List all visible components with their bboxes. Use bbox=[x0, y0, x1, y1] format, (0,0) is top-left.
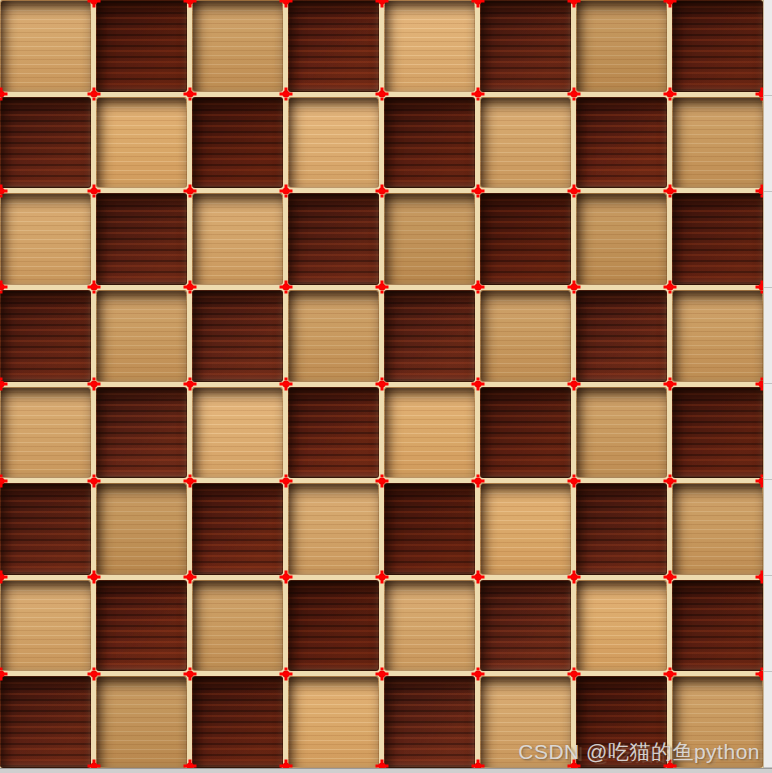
board-square-r6c1[interactable] bbox=[0, 483, 91, 575]
board-square-r4c1[interactable] bbox=[0, 290, 91, 382]
board-square-r6c2[interactable] bbox=[96, 483, 187, 575]
board-square-r7c5[interactable] bbox=[384, 580, 475, 672]
board-square-r8c4[interactable] bbox=[288, 676, 379, 768]
board-square-r1c4[interactable] bbox=[288, 0, 379, 92]
board-square-r2c8[interactable] bbox=[672, 97, 763, 189]
screenshot-root: CSDN @吃猫的鱼python bbox=[0, 0, 772, 773]
checkerboard bbox=[0, 0, 763, 768]
csdn-watermark: CSDN @吃猫的鱼python bbox=[518, 738, 760, 766]
board-square-r4c4[interactable] bbox=[288, 290, 379, 382]
window-edge-bottom bbox=[0, 768, 772, 773]
board-square-r2c6[interactable] bbox=[480, 97, 571, 189]
board-square-r6c8[interactable] bbox=[672, 483, 763, 575]
board-square-r6c5[interactable] bbox=[384, 483, 475, 575]
board-square-r5c3[interactable] bbox=[192, 387, 283, 479]
board-square-r2c4[interactable] bbox=[288, 97, 379, 189]
board-square-r1c6[interactable] bbox=[480, 0, 571, 92]
board-square-r6c3[interactable] bbox=[192, 483, 283, 575]
board-square-r7c2[interactable] bbox=[96, 580, 187, 672]
board-square-r7c6[interactable] bbox=[480, 580, 571, 672]
board-square-r3c1[interactable] bbox=[0, 193, 91, 285]
board-square-r3c8[interactable] bbox=[672, 193, 763, 285]
board-square-r4c8[interactable] bbox=[672, 290, 763, 382]
board-square-r1c5[interactable] bbox=[384, 0, 475, 92]
board-square-r7c7[interactable] bbox=[576, 580, 667, 672]
board-square-r5c5[interactable] bbox=[384, 387, 475, 479]
board-square-r7c3[interactable] bbox=[192, 580, 283, 672]
board-square-r6c4[interactable] bbox=[288, 483, 379, 575]
board-square-r2c2[interactable] bbox=[96, 97, 187, 189]
board-square-r4c3[interactable] bbox=[192, 290, 283, 382]
board-square-r8c3[interactable] bbox=[192, 676, 283, 768]
board-square-r2c3[interactable] bbox=[192, 97, 283, 189]
board-square-r4c2[interactable] bbox=[96, 290, 187, 382]
board-square-r3c4[interactable] bbox=[288, 193, 379, 285]
board-square-r6c6[interactable] bbox=[480, 483, 571, 575]
board-square-r4c6[interactable] bbox=[480, 290, 571, 382]
board-square-r5c7[interactable] bbox=[576, 387, 667, 479]
board-square-r5c8[interactable] bbox=[672, 387, 763, 479]
board-square-r1c7[interactable] bbox=[576, 0, 667, 92]
board-square-r5c4[interactable] bbox=[288, 387, 379, 479]
board-square-r3c7[interactable] bbox=[576, 193, 667, 285]
board-square-r7c4[interactable] bbox=[288, 580, 379, 672]
board-square-r3c5[interactable] bbox=[384, 193, 475, 285]
window-edge-right bbox=[763, 0, 772, 768]
board-square-r5c1[interactable] bbox=[0, 387, 91, 479]
board-square-r3c6[interactable] bbox=[480, 193, 571, 285]
board-square-r1c3[interactable] bbox=[192, 0, 283, 92]
board-square-r8c2[interactable] bbox=[96, 676, 187, 768]
board-square-r1c8[interactable] bbox=[672, 0, 763, 92]
board-square-r3c2[interactable] bbox=[96, 193, 187, 285]
board-square-r2c5[interactable] bbox=[384, 97, 475, 189]
board-square-r5c6[interactable] bbox=[480, 387, 571, 479]
board-square-r2c7[interactable] bbox=[576, 97, 667, 189]
board-square-r8c1[interactable] bbox=[0, 676, 91, 768]
board-square-r4c7[interactable] bbox=[576, 290, 667, 382]
board-square-r1c1[interactable] bbox=[0, 0, 91, 92]
board-square-r2c1[interactable] bbox=[0, 97, 91, 189]
board-square-r1c2[interactable] bbox=[96, 0, 187, 92]
board-square-r7c1[interactable] bbox=[0, 580, 91, 672]
board-square-r6c7[interactable] bbox=[576, 483, 667, 575]
board-square-r8c5[interactable] bbox=[384, 676, 475, 768]
board-square-r5c2[interactable] bbox=[96, 387, 187, 479]
board-square-r4c5[interactable] bbox=[384, 290, 475, 382]
board-square-r3c3[interactable] bbox=[192, 193, 283, 285]
board-square-r7c8[interactable] bbox=[672, 580, 763, 672]
